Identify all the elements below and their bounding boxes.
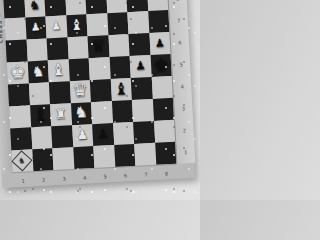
board-cell[interactable] (47, 37, 69, 60)
board-cell[interactable]: ♟ (149, 32, 171, 55)
rank-label: 3 (174, 97, 193, 120)
board-cell[interactable] (91, 101, 113, 124)
board-cell[interactable] (151, 76, 173, 99)
file-label: 2 (33, 176, 54, 183)
white-pawn[interactable]: ♟ (76, 129, 88, 142)
board-cell[interactable] (44, 0, 66, 16)
board-cell[interactable] (4, 17, 26, 40)
board-cell[interactable] (107, 12, 129, 35)
black-bishop[interactable]: ♝ (113, 80, 129, 97)
white-pawn[interactable]: ♟ (51, 21, 61, 32)
rank-label: 2 (175, 119, 194, 142)
board-cell[interactable] (131, 77, 153, 100)
black-knight[interactable]: ♞ (29, 0, 41, 12)
board-cell[interactable] (52, 147, 74, 170)
board-cell[interactable] (127, 11, 149, 34)
board-cell[interactable] (31, 126, 53, 149)
board-cell[interactable]: ♞ (11, 149, 33, 172)
board-cell[interactable] (8, 83, 30, 106)
white-king[interactable]: ♚ (9, 63, 26, 82)
board-cell[interactable] (132, 99, 154, 122)
board-cell[interactable] (134, 143, 156, 166)
rank-label: 4 (173, 75, 192, 98)
board-cell[interactable] (152, 98, 174, 121)
board-cell[interactable] (85, 0, 107, 14)
board-cell[interactable]: ♞ (71, 102, 93, 125)
board-cell[interactable] (67, 36, 89, 59)
board-cell[interactable]: ♚ (150, 54, 172, 77)
rank-label: 6 (170, 31, 189, 54)
black-queen[interactable]: ♛ (91, 38, 106, 55)
white-queen[interactable]: ♛ (72, 82, 89, 100)
board-cell[interactable] (51, 125, 73, 148)
board-cell[interactable] (108, 34, 130, 57)
brand-text: CHESS (0, 20, 3, 44)
board-cell[interactable] (89, 57, 111, 80)
board-cell[interactable] (109, 56, 131, 79)
board-cell[interactable] (26, 38, 48, 61)
file-label: 6 (115, 171, 136, 178)
board-cell[interactable] (10, 127, 32, 150)
board-cell[interactable] (73, 146, 95, 169)
board-grid: ♞♟♟♝♛♟♚♞♝♟♚♛♝♝♜♞♟♟♞ (3, 0, 176, 172)
black-pawn[interactable]: ♟ (154, 38, 165, 50)
board-cell[interactable]: ♜ (50, 103, 72, 126)
board-cell[interactable] (6, 39, 28, 62)
rank-label: 5 (172, 53, 191, 76)
board-cell[interactable]: ♞ (24, 0, 46, 17)
board-cell[interactable]: ♛ (69, 80, 91, 103)
board-cell[interactable] (113, 122, 135, 145)
file-label: 1 (13, 177, 34, 184)
board-cell[interactable]: ♟ (130, 55, 152, 78)
black-pawn[interactable]: ♟ (97, 128, 109, 141)
board-cell[interactable] (90, 79, 112, 102)
board-cell[interactable] (32, 148, 54, 171)
board-cell[interactable] (49, 81, 71, 104)
board-cell[interactable]: ♝ (48, 59, 70, 82)
board-cell[interactable] (9, 105, 31, 128)
board-cell[interactable] (68, 58, 90, 81)
file-label: 3 (54, 175, 75, 182)
black-bishop[interactable]: ♝ (32, 106, 48, 124)
trademark-icon: ® (0, 13, 1, 18)
board-cell[interactable] (133, 121, 155, 144)
file-label: 7 (136, 170, 157, 177)
white-pawn[interactable]: ♟ (31, 22, 41, 33)
rank-label: 7 (169, 9, 188, 32)
white-knight[interactable]: ♞ (74, 105, 89, 121)
file-label: 5 (95, 172, 116, 179)
board-cell[interactable]: ♟ (25, 16, 47, 39)
board-cell[interactable]: ♛ (88, 35, 110, 58)
white-bishop[interactable]: ♝ (51, 62, 66, 79)
board-cell[interactable]: ♟ (45, 15, 67, 38)
board-cell[interactable] (148, 10, 170, 33)
board-cell[interactable]: ♟ (92, 123, 114, 146)
file-label: 4 (74, 174, 95, 181)
black-pawn[interactable]: ♟ (135, 60, 146, 72)
white-bishop[interactable]: ♝ (70, 18, 84, 33)
rank-label: 1 (176, 141, 195, 164)
board-cell[interactable]: ♚ (7, 61, 29, 84)
black-king[interactable]: ♚ (152, 55, 169, 74)
board-cell[interactable] (106, 0, 128, 13)
white-rook[interactable]: ♜ (54, 107, 67, 121)
file-label: 8 (156, 169, 177, 176)
board-cell[interactable]: ♝ (66, 14, 88, 37)
board-cell[interactable] (155, 142, 177, 165)
knight-emblem-icon: ♞ (18, 157, 26, 165)
board-logo-knight-emblem: ♞ (12, 150, 33, 171)
board-cell[interactable] (28, 82, 50, 105)
board-cell[interactable] (154, 120, 176, 143)
board-cell[interactable]: ♝ (30, 104, 52, 127)
board-cell[interactable] (128, 33, 150, 56)
board-cell[interactable]: ♞ (27, 60, 49, 83)
chessboard-photo: ® CHESS ♞♟♟♝♛♟♚♞♝♟♚♛♝♝♜♞♟♟♞ 12345678 876… (0, 0, 200, 200)
board-cell[interactable]: ♝ (110, 78, 132, 101)
board-cell[interactable] (111, 100, 133, 123)
white-knight[interactable]: ♞ (31, 64, 44, 79)
board-cell[interactable] (93, 145, 115, 168)
board-cell[interactable] (65, 0, 87, 15)
board-cell[interactable] (3, 0, 25, 19)
board-cell[interactable]: ♟ (72, 124, 94, 147)
board-cell[interactable] (114, 144, 136, 167)
board-cell[interactable] (86, 13, 108, 36)
chessboard: ® CHESS ♞♟♟♝♛♟♚♞♝♟♚♛♝♝♜♞♟♟♞ 12345678 876… (0, 0, 195, 188)
